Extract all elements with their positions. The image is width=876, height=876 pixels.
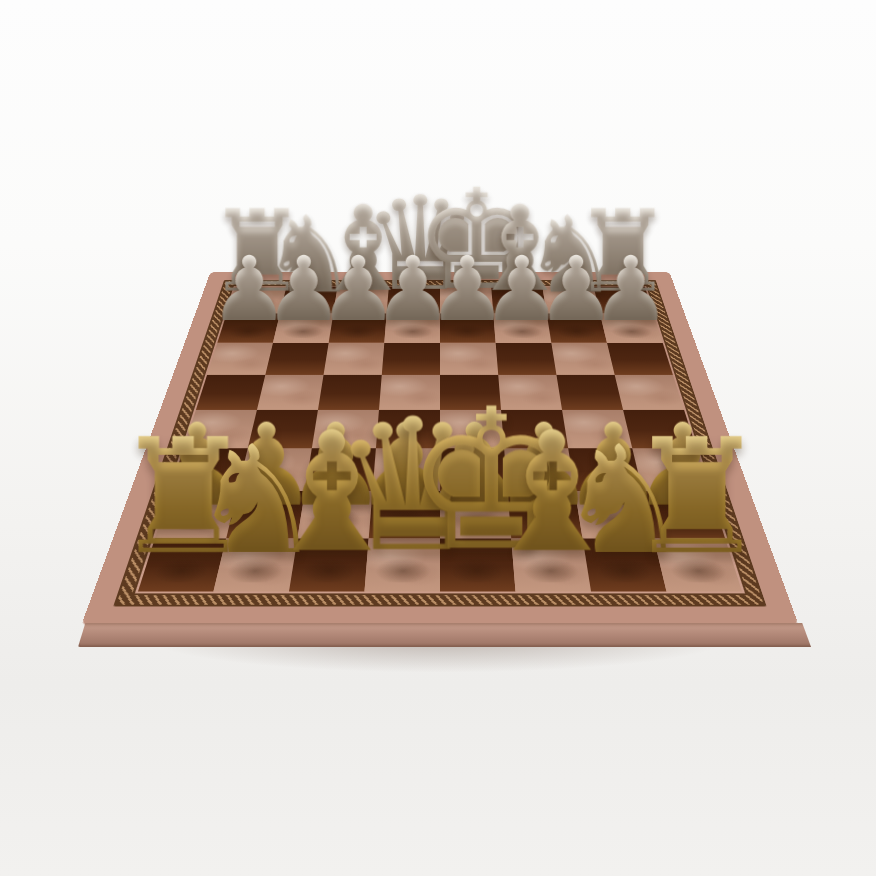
squares-grid: ♜♞♝♛♚♝♞♜♟♟♟♟♟♟♟♟♟♟♟♟♟♟♟♟♜♞♝♛♚♝♞♜ — [138, 287, 742, 592]
piece-white-rook-h1[interactable]: ♜ — [624, 417, 769, 576]
piece-black-pawn-h7[interactable]: ♟ — [577, 245, 685, 334]
square-b6[interactable] — [265, 343, 328, 375]
square-c6[interactable] — [324, 343, 385, 375]
square-h1[interactable]: ♜ — [654, 538, 742, 591]
square-h6[interactable] — [607, 343, 673, 375]
board-front-edge — [78, 623, 814, 647]
photo-backdrop: ♜♞♝♛♚♝♞♜♟♟♟♟♟♟♟♟♟♟♟♟♟♟♟♟♜♞♝♛♚♝♞♜ — [0, 0, 876, 876]
square-h7[interactable]: ♟ — [600, 314, 663, 343]
chess-board: ♜♞♝♛♚♝♞♜♟♟♟♟♟♟♟♟♟♟♟♟♟♟♟♟♜♞♝♛♚♝♞♜ — [81, 272, 799, 626]
square-a6[interactable] — [207, 343, 273, 375]
